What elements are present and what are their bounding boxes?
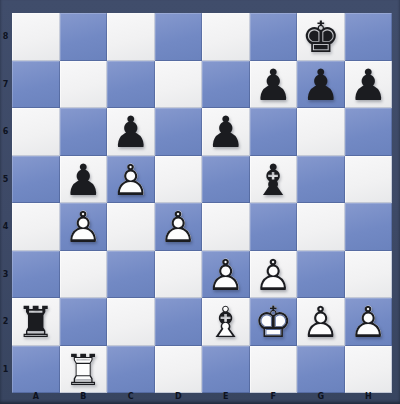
square-e2[interactable]: ♝♗ [202, 298, 250, 346]
white-pawn[interactable]: ♟♙ [155, 203, 203, 251]
file-label-f: F [250, 390, 298, 402]
square-e8[interactable] [202, 13, 250, 61]
square-f2[interactable]: ♚♔ [250, 298, 298, 346]
square-e1[interactable] [202, 346, 250, 394]
rank-label-6: 6 [0, 108, 11, 156]
white-pawn[interactable]: ♟♙ [107, 156, 155, 204]
file-label-g: G [297, 390, 345, 402]
white-rook[interactable]: ♜♖ [60, 346, 108, 394]
rank-label-8: 8 [0, 13, 11, 61]
square-c7[interactable] [107, 61, 155, 109]
square-c5[interactable]: ♟♙ [107, 156, 155, 204]
square-d3[interactable] [155, 251, 203, 299]
black-rook[interactable]: ♜ [12, 298, 60, 346]
square-a1[interactable] [12, 346, 60, 394]
white-pawn[interactable]: ♟♙ [202, 251, 250, 299]
file-label-d: D [155, 390, 203, 402]
square-b6[interactable] [60, 108, 108, 156]
square-a7[interactable] [12, 61, 60, 109]
square-h2[interactable]: ♟♙ [345, 298, 393, 346]
square-d2[interactable] [155, 298, 203, 346]
square-b3[interactable] [60, 251, 108, 299]
square-g8[interactable]: ♚ [297, 13, 345, 61]
square-e4[interactable] [202, 203, 250, 251]
black-pawn[interactable]: ♟ [345, 61, 393, 109]
square-b4[interactable]: ♟♙ [60, 203, 108, 251]
square-h1[interactable] [345, 346, 393, 394]
rank-label-2: 2 [0, 298, 11, 346]
white-bishop[interactable]: ♝♗ [202, 298, 250, 346]
square-d4[interactable]: ♟♙ [155, 203, 203, 251]
rank-label-4: 4 [0, 203, 11, 251]
square-c1[interactable] [107, 346, 155, 394]
square-a8[interactable] [12, 13, 60, 61]
square-e7[interactable] [202, 61, 250, 109]
square-d8[interactable] [155, 13, 203, 61]
square-f3[interactable]: ♟♙ [250, 251, 298, 299]
black-pawn[interactable]: ♟ [60, 156, 108, 204]
square-h8[interactable] [345, 13, 393, 61]
square-a3[interactable] [12, 251, 60, 299]
square-e3[interactable]: ♟♙ [202, 251, 250, 299]
square-g2[interactable]: ♟♙ [297, 298, 345, 346]
white-pawn[interactable]: ♟♙ [250, 251, 298, 299]
square-d1[interactable] [155, 346, 203, 394]
rank-label-3: 3 [0, 251, 11, 299]
square-f8[interactable] [250, 13, 298, 61]
square-c4[interactable] [107, 203, 155, 251]
black-king[interactable]: ♚ [297, 13, 345, 61]
square-c2[interactable] [107, 298, 155, 346]
square-a4[interactable] [12, 203, 60, 251]
square-a6[interactable] [12, 108, 60, 156]
square-f6[interactable] [250, 108, 298, 156]
square-f4[interactable] [250, 203, 298, 251]
white-pawn[interactable]: ♟♙ [297, 298, 345, 346]
square-d6[interactable] [155, 108, 203, 156]
square-f7[interactable]: ♟ [250, 61, 298, 109]
square-h7[interactable]: ♟ [345, 61, 393, 109]
square-g3[interactable] [297, 251, 345, 299]
square-d5[interactable] [155, 156, 203, 204]
square-e6[interactable]: ♟ [202, 108, 250, 156]
square-h4[interactable] [345, 203, 393, 251]
rank-label-5: 5 [0, 156, 11, 204]
square-a5[interactable] [12, 156, 60, 204]
square-g6[interactable] [297, 108, 345, 156]
file-label-a: A [12, 390, 60, 402]
black-pawn[interactable]: ♟ [107, 108, 155, 156]
square-a2[interactable]: ♜ [12, 298, 60, 346]
square-b8[interactable] [60, 13, 108, 61]
square-f5[interactable]: ♝ [250, 156, 298, 204]
file-label-c: C [107, 390, 155, 402]
white-king[interactable]: ♚♔ [250, 298, 298, 346]
black-bishop[interactable]: ♝ [250, 156, 298, 204]
black-pawn[interactable]: ♟ [202, 108, 250, 156]
square-g4[interactable] [297, 203, 345, 251]
chess-board: ♚♟♟♟♟♟♟♟♙♝♟♙♟♙♟♙♟♙♜♝♗♚♔♟♙♟♙♜♖ [12, 13, 392, 393]
square-b2[interactable] [60, 298, 108, 346]
square-g5[interactable] [297, 156, 345, 204]
white-pawn[interactable]: ♟♙ [60, 203, 108, 251]
black-pawn[interactable]: ♟ [250, 61, 298, 109]
square-f1[interactable] [250, 346, 298, 394]
square-b7[interactable] [60, 61, 108, 109]
rank-label-1: 1 [0, 346, 11, 394]
square-d7[interactable] [155, 61, 203, 109]
square-c6[interactable]: ♟ [107, 108, 155, 156]
chess-board-frame: ♚♟♟♟♟♟♟♟♙♝♟♙♟♙♟♙♟♙♜♝♗♚♔♟♙♟♙♜♖ 87654321 A… [0, 0, 400, 404]
square-c3[interactable] [107, 251, 155, 299]
file-label-h: H [345, 390, 393, 402]
square-h6[interactable] [345, 108, 393, 156]
white-pawn[interactable]: ♟♙ [345, 298, 393, 346]
square-g7[interactable]: ♟ [297, 61, 345, 109]
square-g1[interactable] [297, 346, 345, 394]
rank-label-7: 7 [0, 61, 11, 109]
square-c8[interactable] [107, 13, 155, 61]
square-h5[interactable] [345, 156, 393, 204]
square-b1[interactable]: ♜♖ [60, 346, 108, 394]
square-h3[interactable] [345, 251, 393, 299]
square-e5[interactable] [202, 156, 250, 204]
file-label-e: E [202, 390, 250, 402]
square-b5[interactable]: ♟ [60, 156, 108, 204]
black-pawn[interactable]: ♟ [297, 61, 345, 109]
